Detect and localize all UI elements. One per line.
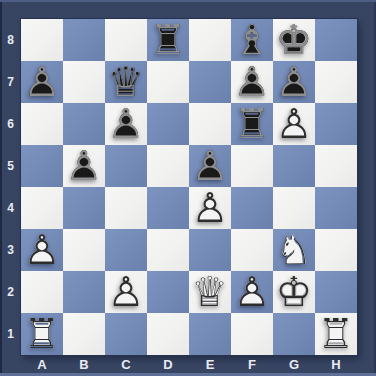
square-e7[interactable] <box>189 61 231 103</box>
piece-glyph-outline: ♙ <box>63 145 105 187</box>
piece-black-pawn[interactable]: ♟♙ <box>21 61 63 103</box>
square-e5[interactable]: ♟♙ <box>189 145 231 187</box>
square-f8[interactable]: ♝♗ <box>231 19 273 61</box>
piece-black-rook[interactable]: ♜♖ <box>231 103 273 145</box>
square-d8[interactable]: ♜♖ <box>147 19 189 61</box>
square-c8[interactable] <box>105 19 147 61</box>
piece-black-rook[interactable]: ♜♖ <box>147 19 189 61</box>
square-a2[interactable] <box>21 271 63 313</box>
square-e3[interactable] <box>189 229 231 271</box>
piece-white-rook[interactable]: ♜♖ <box>315 313 357 355</box>
piece-glyph-outline: ♙ <box>21 61 63 103</box>
square-g7[interactable]: ♟♙ <box>273 61 315 103</box>
rank-label-6: 6 <box>0 103 21 145</box>
square-b6[interactable] <box>63 103 105 145</box>
square-b7[interactable] <box>63 61 105 103</box>
square-a4[interactable] <box>21 187 63 229</box>
square-g3[interactable]: ♞♘ <box>273 229 315 271</box>
piece-black-pawn[interactable]: ♟♙ <box>63 145 105 187</box>
piece-glyph-outline: ♙ <box>231 271 273 313</box>
square-h4[interactable] <box>315 187 357 229</box>
square-h3[interactable] <box>315 229 357 271</box>
piece-glyph-outline: ♕ <box>189 271 231 313</box>
piece-glyph-outline: ♙ <box>21 229 63 271</box>
square-b2[interactable] <box>63 271 105 313</box>
rank-label-1: 1 <box>0 313 21 355</box>
piece-glyph-outline: ♗ <box>231 19 273 61</box>
piece-white-knight[interactable]: ♞♘ <box>273 229 315 271</box>
square-b8[interactable] <box>63 19 105 61</box>
square-g6[interactable]: ♟♙ <box>273 103 315 145</box>
piece-glyph-outline: ♙ <box>231 61 273 103</box>
square-a7[interactable]: ♟♙ <box>21 61 63 103</box>
square-c7[interactable]: ♛♕ <box>105 61 147 103</box>
square-f5[interactable] <box>231 145 273 187</box>
square-d5[interactable] <box>147 145 189 187</box>
square-a1[interactable]: ♜♖ <box>21 313 63 355</box>
file-label-e: E <box>189 355 231 373</box>
square-g1[interactable] <box>273 313 315 355</box>
piece-black-pawn[interactable]: ♟♙ <box>273 61 315 103</box>
piece-glyph-outline: ♖ <box>21 313 63 355</box>
rank-label-8: 8 <box>0 19 21 61</box>
square-f2[interactable]: ♟♙ <box>231 271 273 313</box>
piece-glyph-outline: ♙ <box>189 187 231 229</box>
rank-label-2: 2 <box>0 271 21 313</box>
file-label-g: G <box>273 355 315 373</box>
piece-glyph-outline: ♖ <box>315 313 357 355</box>
square-h5[interactable] <box>315 145 357 187</box>
piece-glyph-outline: ♕ <box>105 61 147 103</box>
piece-glyph-outline: ♙ <box>273 61 315 103</box>
square-a8[interactable] <box>21 19 63 61</box>
square-c6[interactable]: ♟♙ <box>105 103 147 145</box>
square-f4[interactable] <box>231 187 273 229</box>
square-h7[interactable] <box>315 61 357 103</box>
square-f3[interactable] <box>231 229 273 271</box>
square-b3[interactable] <box>63 229 105 271</box>
piece-black-king[interactable]: ♚♔ <box>273 19 315 61</box>
rank-label-5: 5 <box>0 145 21 187</box>
rank-label-3: 3 <box>0 229 21 271</box>
piece-glyph-outline: ♙ <box>105 271 147 313</box>
square-g5[interactable] <box>273 145 315 187</box>
rank-labels: 87654321 <box>0 19 21 355</box>
piece-white-king[interactable]: ♚♔ <box>273 271 315 313</box>
file-label-h: H <box>315 355 357 373</box>
square-d1[interactable] <box>147 313 189 355</box>
square-c1[interactable] <box>105 313 147 355</box>
piece-glyph-outline: ♘ <box>273 229 315 271</box>
piece-white-pawn[interactable]: ♟♙ <box>21 229 63 271</box>
square-a3[interactable]: ♟♙ <box>21 229 63 271</box>
piece-glyph-outline: ♖ <box>231 103 273 145</box>
square-d7[interactable] <box>147 61 189 103</box>
square-e1[interactable] <box>189 313 231 355</box>
square-d2[interactable] <box>147 271 189 313</box>
square-h6[interactable] <box>315 103 357 145</box>
square-g4[interactable] <box>273 187 315 229</box>
square-d3[interactable] <box>147 229 189 271</box>
file-label-f: F <box>231 355 273 373</box>
piece-black-pawn[interactable]: ♟♙ <box>189 145 231 187</box>
file-label-b: B <box>63 355 105 373</box>
square-c5[interactable] <box>105 145 147 187</box>
piece-black-pawn[interactable]: ♟♙ <box>105 103 147 145</box>
rank-label-7: 7 <box>0 61 21 103</box>
piece-white-pawn[interactable]: ♟♙ <box>273 103 315 145</box>
board-frame: 87654321 ♜♖♝♗♚♔♟♙♛♕♟♙♟♙♟♙♜♖♟♙♟♙♟♙♟♙♟♙♞♘♟… <box>0 0 376 376</box>
piece-glyph-outline: ♔ <box>273 271 315 313</box>
file-label-a: A <box>21 355 63 373</box>
square-h8[interactable] <box>315 19 357 61</box>
square-b1[interactable] <box>63 313 105 355</box>
file-label-c: C <box>105 355 147 373</box>
square-c2[interactable]: ♟♙ <box>105 271 147 313</box>
piece-white-pawn[interactable]: ♟♙ <box>231 271 273 313</box>
square-f6[interactable]: ♜♖ <box>231 103 273 145</box>
square-e4[interactable]: ♟♙ <box>189 187 231 229</box>
square-f1[interactable] <box>231 313 273 355</box>
piece-glyph-outline: ♖ <box>147 19 189 61</box>
piece-white-rook[interactable]: ♜♖ <box>21 313 63 355</box>
square-g8[interactable]: ♚♔ <box>273 19 315 61</box>
square-a5[interactable] <box>21 145 63 187</box>
piece-glyph-outline: ♔ <box>273 19 315 61</box>
file-labels: ABCDEFGH <box>21 355 357 373</box>
file-label-d: D <box>147 355 189 373</box>
piece-black-queen[interactable]: ♛♕ <box>105 61 147 103</box>
piece-glyph-outline: ♙ <box>105 103 147 145</box>
piece-white-pawn[interactable]: ♟♙ <box>105 271 147 313</box>
piece-black-pawn[interactable]: ♟♙ <box>231 61 273 103</box>
rank-label-4: 4 <box>0 187 21 229</box>
piece-glyph-outline: ♙ <box>189 145 231 187</box>
square-d4[interactable] <box>147 187 189 229</box>
piece-glyph-outline: ♙ <box>273 103 315 145</box>
square-f7[interactable]: ♟♙ <box>231 61 273 103</box>
square-d6[interactable] <box>147 103 189 145</box>
piece-black-bishop[interactable]: ♝♗ <box>231 19 273 61</box>
square-g2[interactable]: ♚♔ <box>273 271 315 313</box>
square-e2[interactable]: ♛♕ <box>189 271 231 313</box>
square-e6[interactable] <box>189 103 231 145</box>
square-b5[interactable]: ♟♙ <box>63 145 105 187</box>
piece-white-queen[interactable]: ♛♕ <box>189 271 231 313</box>
square-c4[interactable] <box>105 187 147 229</box>
square-h1[interactable]: ♜♖ <box>315 313 357 355</box>
square-a6[interactable] <box>21 103 63 145</box>
piece-white-pawn[interactable]: ♟♙ <box>189 187 231 229</box>
square-b4[interactable] <box>63 187 105 229</box>
chess-board: ♜♖♝♗♚♔♟♙♛♕♟♙♟♙♟♙♜♖♟♙♟♙♟♙♟♙♟♙♞♘♟♙♛♕♟♙♚♔♜♖… <box>21 19 357 355</box>
square-h2[interactable] <box>315 271 357 313</box>
square-c3[interactable] <box>105 229 147 271</box>
square-e8[interactable] <box>189 19 231 61</box>
